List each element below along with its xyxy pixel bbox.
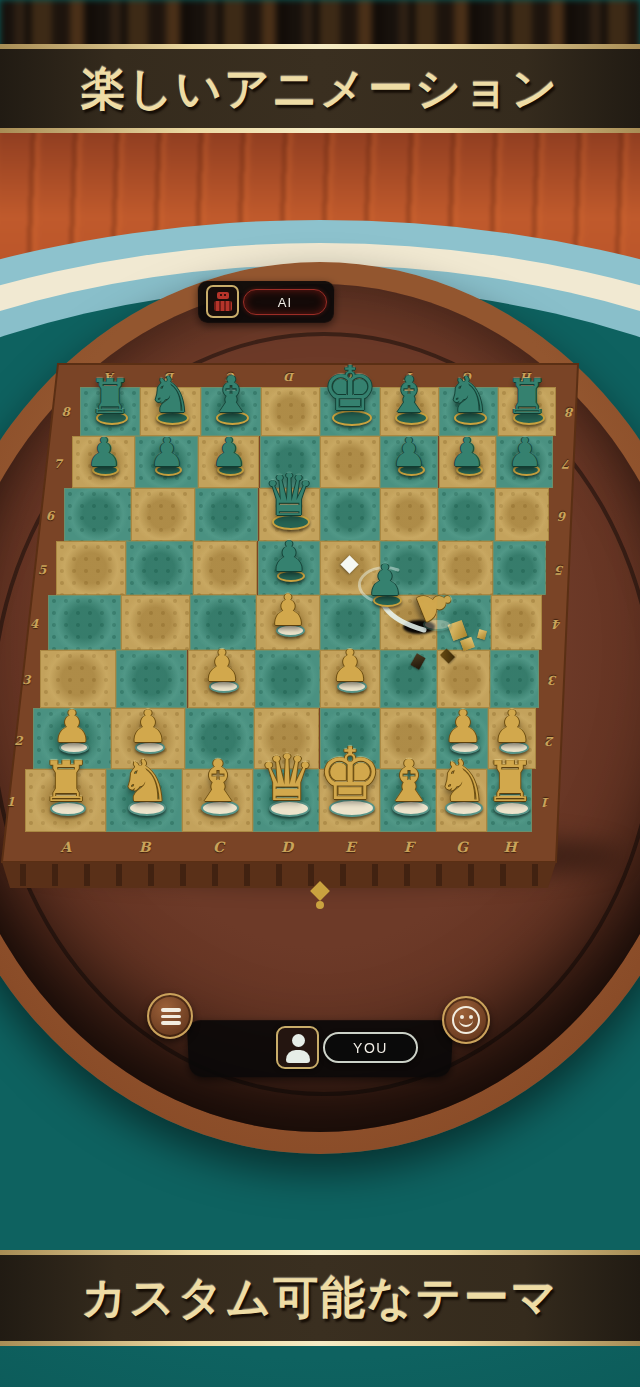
app-screenshot: AABBCCDDEEFFGGHH1122334455667788 ♜♞♝♚♝♞♜… (0, 0, 640, 1387)
black-queen-d6[interactable]: ♛ (239, 466, 339, 524)
white-pawn-b2[interactable]: ♟ (98, 704, 198, 749)
white-pawn-h2[interactable]: ♟ (462, 704, 562, 749)
capture-swoosh-fx (0, 0, 640, 1387)
white-pawn-d4[interactable]: ♟ (238, 589, 338, 632)
black-pawn-d5[interactable]: ♟ (239, 536, 339, 578)
white-pawn-c3[interactable]: ♟ (172, 644, 272, 688)
white-rook-h1[interactable]: ♜ (460, 754, 560, 810)
white-pawn-e3[interactable]: ♟ (300, 644, 400, 688)
